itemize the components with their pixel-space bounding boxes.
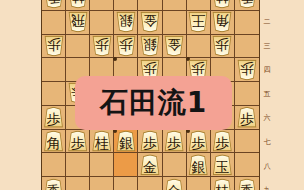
piece-face: 歩 [189, 132, 207, 151]
board-cell[interactable]: 銀 [114, 11, 138, 35]
shogi-piece-歩[interactable]: 歩 [116, 35, 136, 56]
shogi-piece-歩[interactable]: 歩 [237, 107, 257, 128]
board-cell[interactable]: 金 [163, 177, 187, 190]
board-cell[interactable] [66, 153, 90, 177]
piece-face: 香 [238, 0, 256, 8]
shogi-piece-飛[interactable]: 飛 [68, 12, 88, 33]
board-cell[interactable] [235, 130, 259, 154]
rank-label-一: 一 [262, 0, 272, 3]
board-cell[interactable]: 歩 [163, 130, 187, 154]
shogi-piece-香[interactable]: 香 [237, 179, 257, 190]
board-cell[interactable] [163, 153, 187, 177]
screenshot-stage: 香桂桂香飛銀金王角歩歩歩銀金歩歩歩歩歩歩歩飛歩歩角歩桂銀歩歩歩歩金銀玉香金桂香 … [0, 0, 304, 190]
piece-face: 王 [189, 13, 207, 32]
piece-face: 歩 [141, 132, 159, 151]
shogi-piece-桂[interactable]: 桂 [212, 0, 232, 9]
board-cell[interactable]: 銀 [114, 130, 138, 154]
shogi-piece-銀[interactable]: 銀 [140, 35, 160, 56]
piece-face: 角 [213, 13, 231, 32]
board-cell[interactable]: 飛 [66, 11, 90, 35]
board-cell[interactable]: 歩 [211, 35, 235, 59]
shogi-piece-歩[interactable]: 歩 [212, 35, 232, 56]
board-cell[interactable] [235, 153, 259, 177]
piece-face: 金 [165, 36, 183, 55]
board-cell[interactable]: 歩 [187, 130, 211, 154]
board-cell[interactable]: 歩 [42, 35, 66, 59]
rank-label-四: 四 [262, 65, 272, 75]
shogi-piece-香[interactable]: 香 [44, 179, 64, 190]
shogi-piece-銀[interactable]: 銀 [188, 154, 208, 175]
board-cell[interactable] [138, 177, 162, 190]
board-cell[interactable]: 香 [235, 0, 259, 11]
board-cell[interactable]: 歩 [138, 130, 162, 154]
board-cell[interactable] [114, 177, 138, 190]
board-cell[interactable]: 歩 [90, 35, 114, 59]
board-cell[interactable] [235, 35, 259, 59]
board-cell[interactable]: 歩 [211, 130, 235, 154]
board-cell[interactable] [42, 153, 66, 177]
board-cell[interactable]: 桂 [90, 130, 114, 154]
piece-face: 歩 [238, 60, 256, 79]
piece-face: 歩 [165, 132, 183, 151]
board-cell[interactable] [114, 0, 138, 11]
shogi-piece-金[interactable]: 金 [164, 179, 184, 190]
piece-face: 歩 [117, 36, 135, 55]
shogi-piece-桂[interactable]: 桂 [92, 131, 112, 152]
rank-label-二: 二 [262, 17, 272, 27]
piece-face: 桂 [213, 180, 231, 190]
piece-face: 金 [141, 155, 159, 174]
board-cell[interactable]: 銀 [138, 35, 162, 59]
board-cell[interactable]: 歩 [235, 106, 259, 130]
board-cell[interactable]: 王 [187, 11, 211, 35]
piece-face: 桂 [69, 0, 87, 8]
shogi-piece-歩[interactable]: 歩 [44, 35, 64, 56]
board-cell[interactable]: 香 [235, 177, 259, 190]
shogi-piece-桂[interactable]: 桂 [68, 0, 88, 9]
board-cell[interactable]: 桂 [211, 177, 235, 190]
board-cell[interactable] [187, 177, 211, 190]
board-cell[interactable]: 香 [42, 177, 66, 190]
piece-face: 香 [45, 0, 63, 8]
board-cell[interactable] [90, 0, 114, 11]
board-cell[interactable]: 香 [42, 0, 66, 11]
piece-face: 桂 [213, 0, 231, 8]
banner-text: 石田流1 [100, 84, 207, 122]
shogi-piece-金[interactable]: 金 [140, 12, 160, 33]
board-cell[interactable]: 銀 [187, 153, 211, 177]
shogi-piece-歩[interactable]: 歩 [92, 35, 112, 56]
star-point [113, 57, 117, 61]
board-cell[interactable] [90, 177, 114, 190]
board-cell[interactable] [163, 0, 187, 11]
shogi-piece-銀[interactable]: 銀 [116, 131, 136, 152]
piece-face: 金 [141, 13, 159, 32]
shogi-piece-金[interactable]: 金 [140, 154, 160, 175]
rank-label-八: 八 [262, 161, 272, 171]
board-cell[interactable] [90, 153, 114, 177]
board-cell[interactable] [42, 58, 66, 82]
board-cell[interactable]: 金 [138, 11, 162, 35]
shogi-piece-歩[interactable]: 歩 [44, 107, 64, 128]
piece-face: 歩 [238, 108, 256, 127]
board-cell[interactable]: 金 [138, 153, 162, 177]
piece-face: 歩 [93, 36, 111, 55]
rank-label-九: 九 [262, 185, 272, 190]
shogi-piece-香[interactable]: 香 [44, 0, 64, 9]
board-cell[interactable]: 歩 [114, 35, 138, 59]
piece-face: 歩 [213, 132, 231, 151]
piece-face: 銀 [117, 13, 135, 32]
board-cell[interactable]: 金 [163, 35, 187, 59]
board-cell[interactable]: 歩 [66, 130, 90, 154]
board-cell[interactable]: 桂 [211, 0, 235, 11]
shogi-piece-銀[interactable]: 銀 [116, 12, 136, 33]
shogi-piece-角[interactable]: 角 [212, 12, 232, 33]
piece-face: 歩 [45, 108, 63, 127]
board-cell[interactable] [187, 0, 211, 11]
board-cell[interactable]: 角 [211, 11, 235, 35]
piece-face: 銀 [141, 36, 159, 55]
piece-face: 歩 [45, 36, 63, 55]
piece-face: 歩 [69, 132, 87, 151]
piece-face: 金 [165, 180, 183, 190]
piece-face: 銀 [117, 132, 135, 151]
board-cell[interactable] [66, 35, 90, 59]
board-cell[interactable]: 桂 [66, 0, 90, 11]
shogi-piece-歩[interactable]: 歩 [68, 131, 88, 152]
board-cell[interactable] [235, 82, 259, 106]
shogi-piece-歩[interactable]: 歩 [212, 131, 232, 152]
piece-face: 香 [45, 180, 63, 190]
board-cell[interactable]: 角 [42, 130, 66, 154]
piece-face: 角 [45, 132, 63, 151]
rank-label-七: 七 [262, 137, 272, 147]
shogi-piece-金[interactable]: 金 [164, 35, 184, 56]
piece-face: 銀 [189, 155, 207, 174]
board-cell[interactable] [163, 11, 187, 35]
piece-face: 香 [238, 180, 256, 190]
board-cell[interactable] [42, 11, 66, 35]
board-cell[interactable]: 歩 [42, 106, 66, 130]
board-cell[interactable] [138, 0, 162, 11]
board-cell[interactable] [90, 11, 114, 35]
piece-face: 飛 [69, 13, 87, 32]
shogi-piece-角[interactable]: 角 [44, 131, 64, 152]
board-cell[interactable]: 歩 [235, 58, 259, 82]
rank-label-五: 五 [262, 89, 272, 99]
shogi-piece-香[interactable]: 香 [237, 0, 257, 9]
piece-face: 桂 [93, 132, 111, 151]
shogi-piece-王[interactable]: 王 [188, 12, 208, 33]
shogi-piece-歩[interactable]: 歩 [188, 131, 208, 152]
shogi-piece-玉[interactable]: 玉 [212, 154, 232, 175]
board-cell[interactable] [114, 153, 138, 177]
piece-face: 玉 [213, 155, 231, 174]
board-cell[interactable] [187, 35, 211, 59]
shogi-piece-桂[interactable]: 桂 [212, 179, 232, 190]
board-cell[interactable] [235, 11, 259, 35]
shogi-piece-歩[interactable]: 歩 [164, 131, 184, 152]
piece-face: 歩 [213, 36, 231, 55]
title-banner: 石田流1 [75, 76, 232, 130]
shogi-piece-歩[interactable]: 歩 [140, 131, 160, 152]
board-cell[interactable] [42, 82, 66, 106]
shogi-piece-歩[interactable]: 歩 [237, 59, 257, 80]
board-cell[interactable]: 玉 [211, 153, 235, 177]
rank-label-六: 六 [262, 113, 272, 123]
board-cell[interactable] [66, 177, 90, 190]
rank-label-三: 三 [262, 41, 272, 51]
